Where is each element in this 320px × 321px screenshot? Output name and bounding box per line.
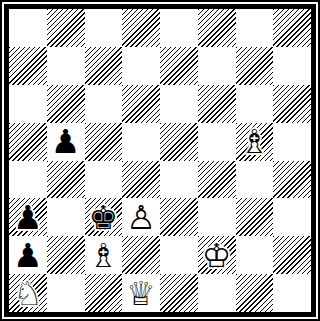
white-bishop-g5[interactable]: ♝♗ <box>236 123 274 161</box>
square-d4[interactable] <box>122 161 160 199</box>
square-b3[interactable] <box>47 198 85 236</box>
square-c6[interactable] <box>85 85 123 123</box>
square-d3[interactable]: ♟♙ <box>122 198 160 236</box>
square-e5[interactable] <box>160 123 198 161</box>
square-c3[interactable]: ♚ <box>85 198 123 236</box>
square-h5[interactable] <box>273 123 311 161</box>
square-f5[interactable] <box>198 123 236 161</box>
square-b7[interactable] <box>47 47 85 85</box>
white-king-f2[interactable]: ♚♔ <box>198 236 236 274</box>
square-g6[interactable] <box>236 85 274 123</box>
square-f4[interactable] <box>198 161 236 199</box>
square-f8[interactable] <box>198 9 236 47</box>
square-f2[interactable]: ♚♔ <box>198 236 236 274</box>
square-h3[interactable] <box>273 198 311 236</box>
square-e6[interactable] <box>160 85 198 123</box>
square-f1[interactable] <box>198 274 236 312</box>
white-bishop-outline-glyph: ♗ <box>85 236 123 274</box>
white-bishop-fill-glyph: ♝ <box>236 123 274 161</box>
white-bishop-c2[interactable]: ♝♗ <box>85 236 123 274</box>
white-bishop-outline-glyph: ♗ <box>236 123 274 161</box>
square-h1[interactable] <box>273 274 311 312</box>
square-a2[interactable]: ♟ <box>9 236 47 274</box>
square-a5[interactable] <box>9 123 47 161</box>
white-knight-a1[interactable]: ♞♘ <box>9 274 47 312</box>
square-g7[interactable] <box>236 47 274 85</box>
white-knight-fill-glyph: ♞ <box>9 274 47 312</box>
square-b1[interactable] <box>47 274 85 312</box>
chess-board: ♟♝♗♟♚♟♙♟♝♗♚♔♞♘♛♕ <box>9 9 311 312</box>
square-c7[interactable] <box>85 47 123 85</box>
square-e7[interactable] <box>160 47 198 85</box>
square-b5[interactable]: ♟ <box>47 123 85 161</box>
square-b6[interactable] <box>47 85 85 123</box>
square-f3[interactable] <box>198 198 236 236</box>
black-pawn-fill-glyph: ♟ <box>47 123 85 161</box>
black-king-c3[interactable]: ♚ <box>85 198 123 236</box>
black-pawn-fill-glyph: ♟ <box>9 198 47 236</box>
square-g1[interactable] <box>236 274 274 312</box>
square-c1[interactable] <box>85 274 123 312</box>
white-pawn-outline-glyph: ♙ <box>122 198 160 236</box>
white-king-fill-glyph: ♚ <box>198 236 236 274</box>
square-g3[interactable] <box>236 198 274 236</box>
square-d2[interactable] <box>122 236 160 274</box>
square-f6[interactable] <box>198 85 236 123</box>
square-b4[interactable] <box>47 161 85 199</box>
square-c8[interactable] <box>85 9 123 47</box>
square-e4[interactable] <box>160 161 198 199</box>
square-g5[interactable]: ♝♗ <box>236 123 274 161</box>
square-e8[interactable] <box>160 9 198 47</box>
board-inner-border: ♟♝♗♟♚♟♙♟♝♗♚♔♞♘♛♕ <box>4 4 316 317</box>
square-d6[interactable] <box>122 85 160 123</box>
square-d8[interactable] <box>122 9 160 47</box>
square-g8[interactable] <box>236 9 274 47</box>
square-d7[interactable] <box>122 47 160 85</box>
square-e1[interactable] <box>160 274 198 312</box>
white-queen-fill-glyph: ♛ <box>122 274 160 312</box>
square-h8[interactable] <box>273 9 311 47</box>
square-c5[interactable] <box>85 123 123 161</box>
white-bishop-fill-glyph: ♝ <box>85 236 123 274</box>
board-frame: ♟♝♗♟♚♟♙♟♝♗♚♔♞♘♛♕ <box>0 0 320 321</box>
square-a6[interactable] <box>9 85 47 123</box>
white-knight-outline-glyph: ♘ <box>9 274 47 312</box>
white-king-outline-glyph: ♔ <box>198 236 236 274</box>
square-b2[interactable] <box>47 236 85 274</box>
white-pawn-d3[interactable]: ♟♙ <box>122 198 160 236</box>
square-h7[interactable] <box>273 47 311 85</box>
square-c4[interactable] <box>85 161 123 199</box>
square-h4[interactable] <box>273 161 311 199</box>
square-a4[interactable] <box>9 161 47 199</box>
square-g2[interactable] <box>236 236 274 274</box>
square-c2[interactable]: ♝♗ <box>85 236 123 274</box>
square-a1[interactable]: ♞♘ <box>9 274 47 312</box>
square-g4[interactable] <box>236 161 274 199</box>
black-pawn-a3[interactable]: ♟ <box>9 198 47 236</box>
black-pawn-b5[interactable]: ♟ <box>47 123 85 161</box>
square-h6[interactable] <box>273 85 311 123</box>
square-f7[interactable] <box>198 47 236 85</box>
square-b8[interactable] <box>47 9 85 47</box>
square-d1[interactable]: ♛♕ <box>122 274 160 312</box>
square-a7[interactable] <box>9 47 47 85</box>
black-pawn-fill-glyph: ♟ <box>9 236 47 274</box>
square-e3[interactable] <box>160 198 198 236</box>
square-a3[interactable]: ♟ <box>9 198 47 236</box>
square-e2[interactable] <box>160 236 198 274</box>
square-h2[interactable] <box>273 236 311 274</box>
white-queen-outline-glyph: ♕ <box>122 274 160 312</box>
square-d5[interactable] <box>122 123 160 161</box>
black-pawn-a2[interactable]: ♟ <box>9 236 47 274</box>
white-queen-d1[interactable]: ♛♕ <box>122 274 160 312</box>
black-king-fill-glyph: ♚ <box>85 198 123 236</box>
white-pawn-fill-glyph: ♟ <box>122 198 160 236</box>
square-a8[interactable] <box>9 9 47 47</box>
